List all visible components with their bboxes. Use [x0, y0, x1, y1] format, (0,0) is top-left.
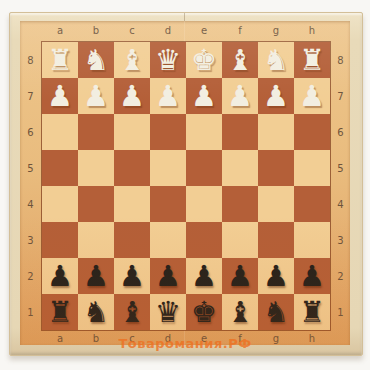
rank-label-1: 1 [333, 294, 348, 330]
square-h8[interactable]: ♜ [294, 42, 330, 78]
rank-label-4: 4 [333, 186, 348, 222]
square-b2[interactable]: ♟ [78, 258, 114, 294]
square-b8[interactable]: ♞ [78, 42, 114, 78]
rank-label-8: 8 [23, 42, 38, 78]
file-labels-top: abcdefgh [42, 23, 330, 39]
square-d3[interactable] [150, 222, 186, 258]
file-label-c: c [114, 23, 150, 39]
file-label-f: f [222, 23, 258, 39]
square-e2[interactable]: ♟ [186, 258, 222, 294]
rank-label-5: 5 [23, 150, 38, 186]
square-a8[interactable]: ♜ [42, 42, 78, 78]
square-c6[interactable] [114, 114, 150, 150]
white-pawn-g7: ♟ [263, 78, 289, 114]
file-label-h: h [294, 331, 330, 347]
black-pawn-g2: ♟ [263, 258, 289, 294]
black-pawn-h2: ♟ [299, 258, 325, 294]
white-pawn-a7: ♟ [47, 78, 73, 114]
square-c7[interactable]: ♟ [114, 78, 150, 114]
black-queen-d1: ♛ [155, 294, 181, 330]
product-photo: abcdefgh 87654321 87654321 ♜♞♝♛♚♝♞♜♟♟♟♟♟… [0, 0, 370, 370]
square-a3[interactable] [42, 222, 78, 258]
square-f7[interactable]: ♟ [222, 78, 258, 114]
square-a6[interactable] [42, 114, 78, 150]
square-h6[interactable] [294, 114, 330, 150]
square-f3[interactable] [222, 222, 258, 258]
white-pawn-f7: ♟ [227, 78, 253, 114]
square-e4[interactable] [186, 186, 222, 222]
rank-label-4: 4 [23, 186, 38, 222]
rank-labels-left: 87654321 [23, 42, 38, 330]
square-e8[interactable]: ♚ [186, 42, 222, 78]
square-c8[interactable]: ♝ [114, 42, 150, 78]
square-b4[interactable] [78, 186, 114, 222]
square-e1[interactable]: ♚ [186, 294, 222, 330]
square-f2[interactable]: ♟ [222, 258, 258, 294]
square-g5[interactable] [258, 150, 294, 186]
rank-label-3: 3 [333, 222, 348, 258]
file-label-b: b [78, 23, 114, 39]
black-pawn-e2: ♟ [191, 258, 217, 294]
white-pawn-h7: ♟ [299, 78, 325, 114]
white-queen-d8: ♛ [155, 42, 181, 78]
rank-label-6: 6 [23, 114, 38, 150]
rank-label-7: 7 [333, 78, 348, 114]
square-f1[interactable]: ♝ [222, 294, 258, 330]
square-f5[interactable] [222, 150, 258, 186]
white-pawn-b7: ♟ [83, 78, 109, 114]
square-g1[interactable]: ♞ [258, 294, 294, 330]
square-c1[interactable]: ♝ [114, 294, 150, 330]
square-g7[interactable]: ♟ [258, 78, 294, 114]
square-d7[interactable]: ♟ [150, 78, 186, 114]
square-a4[interactable] [42, 186, 78, 222]
white-bishop-f8: ♝ [227, 42, 253, 78]
square-d1[interactable]: ♛ [150, 294, 186, 330]
file-label-h: h [294, 23, 330, 39]
rank-label-5: 5 [333, 150, 348, 186]
black-rook-h1: ♜ [299, 294, 325, 330]
square-c5[interactable] [114, 150, 150, 186]
white-bishop-c8: ♝ [119, 42, 145, 78]
rank-labels-right: 87654321 [333, 42, 348, 330]
white-pawn-c7: ♟ [119, 78, 145, 114]
square-d4[interactable] [150, 186, 186, 222]
square-d6[interactable] [150, 114, 186, 150]
square-a2[interactable]: ♟ [42, 258, 78, 294]
rank-label-7: 7 [23, 78, 38, 114]
rank-label-3: 3 [23, 222, 38, 258]
square-h4[interactable] [294, 186, 330, 222]
square-b1[interactable]: ♞ [78, 294, 114, 330]
square-h5[interactable] [294, 150, 330, 186]
rank-label-6: 6 [333, 114, 348, 150]
square-e3[interactable] [186, 222, 222, 258]
square-f8[interactable]: ♝ [222, 42, 258, 78]
black-knight-g1: ♞ [263, 294, 289, 330]
file-label-g: g [258, 331, 294, 347]
file-label-a: a [42, 331, 78, 347]
rank-label-2: 2 [23, 258, 38, 294]
rank-label-8: 8 [333, 42, 348, 78]
square-h2[interactable]: ♟ [294, 258, 330, 294]
square-h1[interactable]: ♜ [294, 294, 330, 330]
square-g3[interactable] [258, 222, 294, 258]
file-label-e: e [186, 23, 222, 39]
square-a1[interactable]: ♜ [42, 294, 78, 330]
chess-board: ♜♞♝♛♚♝♞♜♟♟♟♟♟♟♟♟♟♟♟♟♟♟♟♟♜♞♝♛♚♝♞♜ [41, 41, 331, 331]
file-label-d: d [150, 23, 186, 39]
square-b5[interactable] [78, 150, 114, 186]
square-g8[interactable]: ♞ [258, 42, 294, 78]
square-f4[interactable] [222, 186, 258, 222]
square-c3[interactable] [114, 222, 150, 258]
black-knight-b1: ♞ [83, 294, 109, 330]
square-f6[interactable] [222, 114, 258, 150]
file-label-a: a [42, 23, 78, 39]
white-pawn-e7: ♟ [191, 78, 217, 114]
square-a7[interactable]: ♟ [42, 78, 78, 114]
square-e5[interactable] [186, 150, 222, 186]
watermark: Товаромания.РФ [118, 336, 251, 351]
rank-label-2: 2 [333, 258, 348, 294]
square-h3[interactable] [294, 222, 330, 258]
black-rook-a1: ♜ [47, 294, 73, 330]
square-e7[interactable]: ♟ [186, 78, 222, 114]
file-label-g: g [258, 23, 294, 39]
square-b7[interactable]: ♟ [78, 78, 114, 114]
black-pawn-b2: ♟ [83, 258, 109, 294]
file-label-b: b [78, 331, 114, 347]
white-knight-b8: ♞ [83, 42, 109, 78]
black-pawn-d2: ♟ [155, 258, 181, 294]
white-king-e8: ♚ [191, 42, 217, 78]
square-g4[interactable] [258, 186, 294, 222]
square-e6[interactable] [186, 114, 222, 150]
black-pawn-a2: ♟ [47, 258, 73, 294]
black-king-e1: ♚ [191, 294, 217, 330]
square-d2[interactable]: ♟ [150, 258, 186, 294]
white-pawn-d7: ♟ [155, 78, 181, 114]
square-h7[interactable]: ♟ [294, 78, 330, 114]
square-d5[interactable] [150, 150, 186, 186]
square-d8[interactable]: ♛ [150, 42, 186, 78]
white-rook-a8: ♜ [47, 42, 73, 78]
square-g2[interactable]: ♟ [258, 258, 294, 294]
square-b3[interactable] [78, 222, 114, 258]
white-knight-g8: ♞ [263, 42, 289, 78]
rank-label-1: 1 [23, 294, 38, 330]
black-bishop-c1: ♝ [119, 294, 145, 330]
black-pawn-c2: ♟ [119, 258, 145, 294]
square-a5[interactable] [42, 150, 78, 186]
square-b6[interactable] [78, 114, 114, 150]
black-pawn-f2: ♟ [227, 258, 253, 294]
square-c2[interactable]: ♟ [114, 258, 150, 294]
black-bishop-f1: ♝ [227, 294, 253, 330]
white-rook-h8: ♜ [299, 42, 325, 78]
square-g6[interactable] [258, 114, 294, 150]
square-c4[interactable] [114, 186, 150, 222]
